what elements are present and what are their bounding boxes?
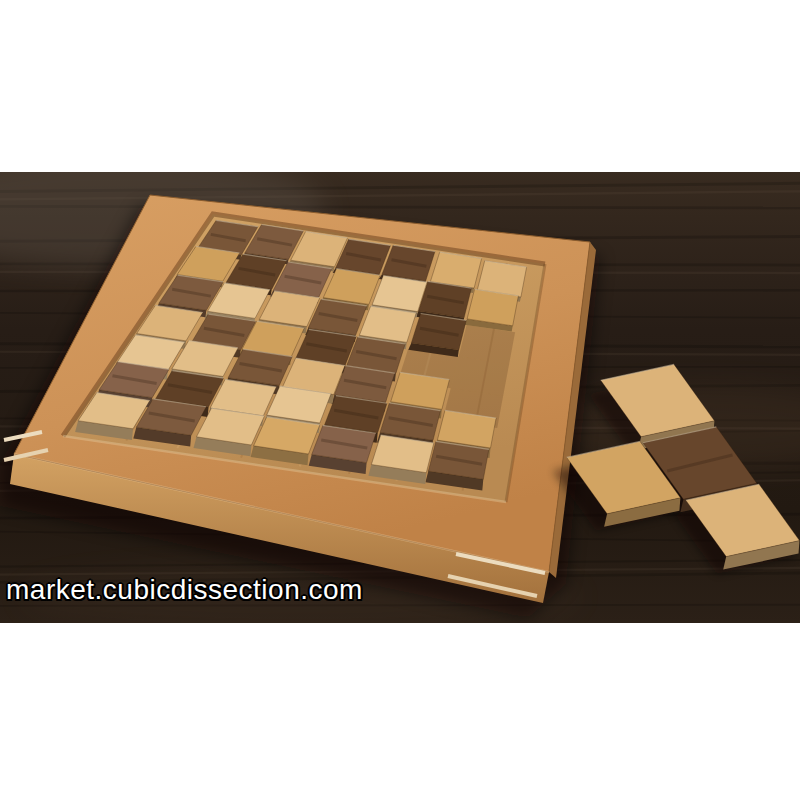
image-canvas: market.cubicdissection.com (0, 0, 800, 800)
watermark: market.cubicdissection.com (6, 574, 363, 606)
puzzle-scene (0, 172, 800, 623)
board-cell-r7c6[interactable] (368, 435, 433, 484)
product-photo: market.cubicdissection.com (0, 172, 800, 623)
board-cell-r7c7[interactable] (425, 441, 489, 490)
